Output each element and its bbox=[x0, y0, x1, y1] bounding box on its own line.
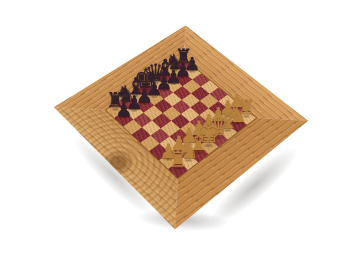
board-tilt-wrapper bbox=[86, 19, 275, 208]
product-photo: ♜♞♝♛♚♝♞♜♟♟♟♟♟♟♟♟♟♟♟♟♟♟♟♟♜♞♝♛♚♝♞♜ bbox=[0, 0, 350, 263]
chessboard bbox=[54, 25, 308, 229]
